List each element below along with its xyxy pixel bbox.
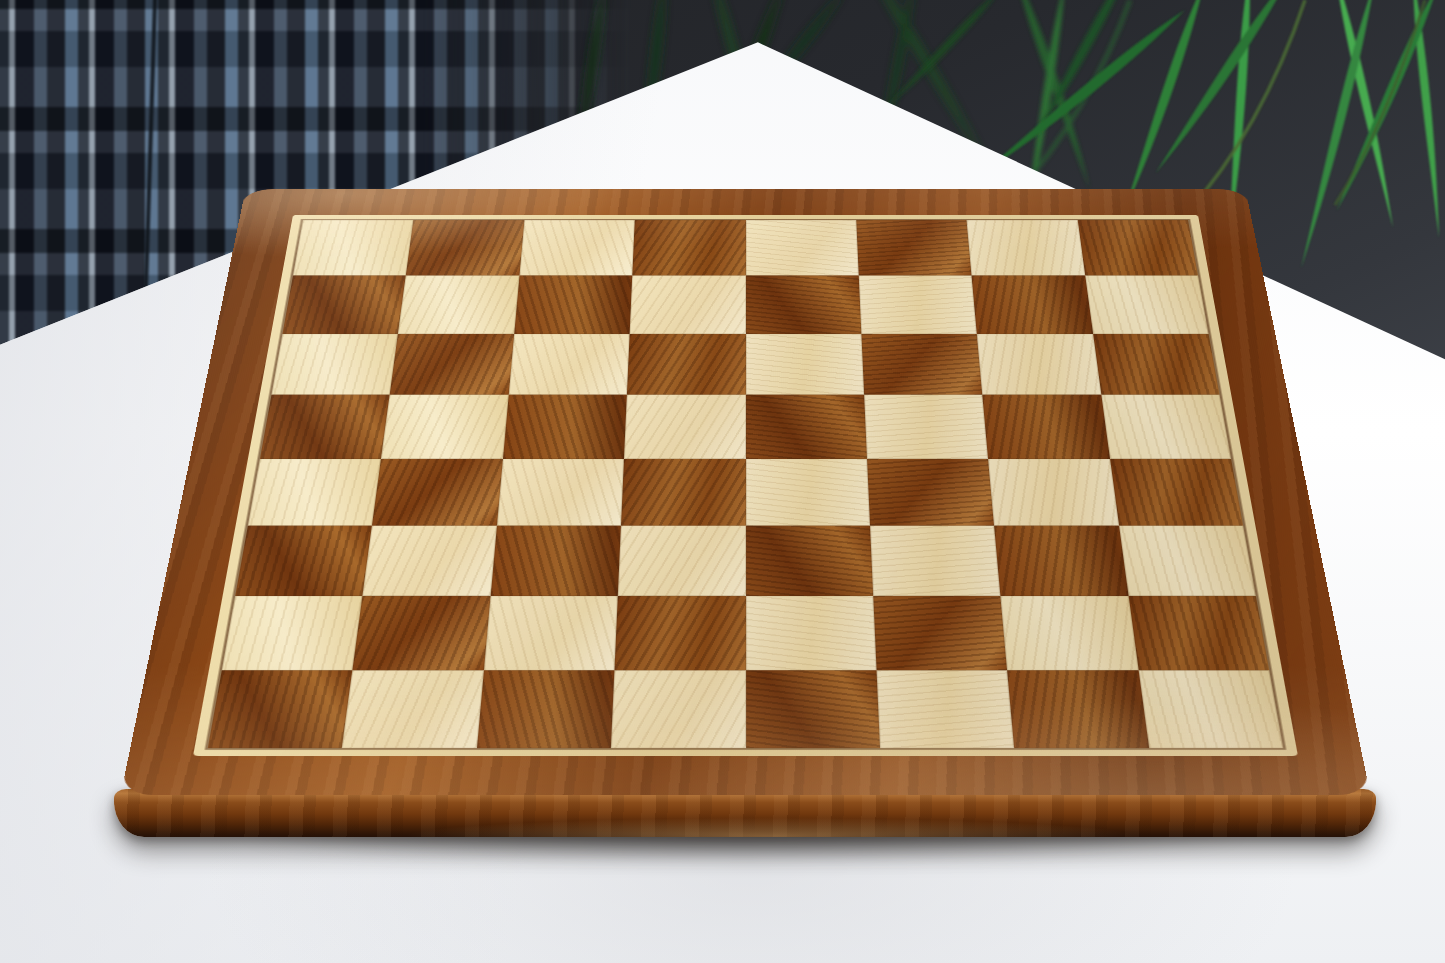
square-b7 [398,275,519,333]
board-border-rosewood [120,189,1370,795]
square-h2 [1128,595,1269,669]
square-e7 [745,275,861,333]
square-d1 [611,670,745,748]
square-f1 [876,670,1014,748]
square-b3 [362,525,496,595]
square-h5 [1100,394,1230,458]
square-a4 [247,458,380,525]
square-d5 [624,394,745,458]
square-e5 [745,394,866,458]
square-d4 [621,458,745,525]
square-e4 [745,458,869,525]
square-g4 [988,458,1118,525]
board-front-edge [114,789,1376,837]
square-e8 [745,220,858,276]
square-d3 [617,525,745,595]
square-d7 [629,275,745,333]
square-c1 [476,670,614,748]
square-c3 [490,525,621,595]
square-b6 [390,333,514,394]
square-c4 [496,458,623,525]
square-a5 [260,394,390,458]
square-a3 [235,525,372,595]
square-c8 [519,220,635,276]
square-g6 [977,333,1101,394]
square-h7 [1084,275,1208,333]
square-g8 [966,220,1084,276]
square-b4 [372,458,502,525]
square-g7 [971,275,1092,333]
square-h3 [1118,525,1255,595]
square-f3 [869,525,1000,595]
square-f7 [858,275,976,333]
square-d8 [632,220,745,276]
square-h8 [1077,220,1198,276]
square-b2 [352,595,490,669]
square-h1 [1138,670,1283,748]
square-e6 [745,333,863,394]
square-c7 [513,275,631,333]
square-a6 [271,333,398,394]
square-f6 [861,333,982,394]
square-h4 [1109,458,1242,525]
square-d2 [614,595,745,669]
square-a7 [282,275,406,333]
square-f8 [856,220,972,276]
square-d6 [627,333,745,394]
square-f5 [863,394,987,458]
square-h6 [1092,333,1219,394]
square-b8 [406,220,524,276]
square-e2 [745,595,876,669]
square-c6 [508,333,629,394]
square-b1 [342,670,483,748]
playing-field-8x8 [207,220,1282,748]
square-a1 [207,670,352,748]
square-c5 [502,394,626,458]
square-a2 [221,595,362,669]
square-a8 [292,220,413,276]
square-g1 [1007,670,1148,748]
square-e1 [745,670,879,748]
square-g3 [994,525,1128,595]
square-c2 [483,595,617,669]
square-f2 [873,595,1007,669]
square-b5 [381,394,508,458]
square-e3 [745,525,873,595]
square-f4 [866,458,993,525]
photo-chessboard-scene [0,0,1445,963]
square-g2 [1000,595,1138,669]
square-g5 [982,394,1109,458]
